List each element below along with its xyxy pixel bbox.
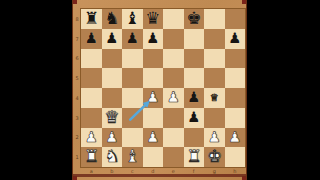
square-e3[interactable] bbox=[163, 108, 184, 128]
square-h6[interactable] bbox=[225, 49, 246, 69]
square-c2[interactable] bbox=[122, 128, 143, 148]
file-label-g: g bbox=[204, 168, 225, 174]
square-g7[interactable] bbox=[204, 29, 225, 49]
square-g3[interactable] bbox=[204, 108, 225, 128]
square-f6[interactable] bbox=[184, 49, 205, 69]
square-c5[interactable] bbox=[122, 68, 143, 88]
square-g5[interactable] bbox=[204, 68, 225, 88]
square-a6[interactable] bbox=[81, 49, 102, 69]
piece-black-p-b7[interactable]: ♟ bbox=[102, 28, 123, 48]
square-h8[interactable] bbox=[225, 9, 246, 29]
square-e8[interactable] bbox=[163, 9, 184, 29]
file-label-e: e bbox=[163, 168, 184, 174]
piece-white-r-a1[interactable]: ♜ bbox=[81, 147, 102, 167]
frame-corner bbox=[73, 0, 77, 4]
square-h5[interactable] bbox=[225, 68, 246, 88]
piece-white-n-b1[interactable]: ♞ bbox=[102, 147, 123, 167]
piece-white-b-c1[interactable]: ♝ bbox=[122, 147, 143, 167]
file-label-c: c bbox=[122, 168, 143, 174]
piece-white-q-b3[interactable]: ♛ bbox=[102, 107, 123, 127]
piece-white-p-d4[interactable]: ♟ bbox=[143, 88, 164, 108]
square-g8[interactable] bbox=[204, 9, 225, 29]
square-d1[interactable] bbox=[143, 147, 164, 167]
square-e2[interactable] bbox=[163, 128, 184, 148]
square-d5[interactable] bbox=[143, 68, 164, 88]
square-d3[interactable] bbox=[143, 108, 164, 128]
file-label-h: h bbox=[225, 168, 246, 174]
rank-label-7: 7 bbox=[73, 36, 81, 42]
piece-white-p-e4[interactable]: ♟ bbox=[163, 88, 184, 108]
rank-label-5: 5 bbox=[73, 75, 81, 81]
chess-board: abcdefgh87654321 ♜♞♝♛♚♟♟♟♟♟♟♟♕♟♟♛♟♟♟♟♟♜♞… bbox=[72, 0, 247, 180]
piece-black-p-d7[interactable]: ♟ bbox=[143, 28, 164, 48]
square-b6[interactable] bbox=[102, 49, 123, 69]
square-e6[interactable] bbox=[163, 49, 184, 69]
piece-black-p-h7[interactable]: ♟ bbox=[225, 28, 246, 48]
square-a3[interactable] bbox=[81, 108, 102, 128]
square-h4[interactable] bbox=[225, 88, 246, 108]
file-label-d: d bbox=[143, 168, 164, 174]
piece-black-p-c7[interactable]: ♟ bbox=[122, 28, 143, 48]
piece-white-p-b2[interactable]: ♟ bbox=[102, 127, 123, 147]
video-frame: abcdefgh87654321 ♜♞♝♛♚♟♟♟♟♟♟♟♕♟♟♛♟♟♟♟♟♜♞… bbox=[0, 0, 320, 180]
rank-label-1: 1 bbox=[73, 154, 81, 160]
piece-white-r-f1[interactable]: ♜ bbox=[184, 147, 205, 167]
square-f2[interactable] bbox=[184, 128, 205, 148]
square-f7[interactable] bbox=[184, 29, 205, 49]
piece-black-p-a7[interactable]: ♟ bbox=[81, 28, 102, 48]
file-label-b: b bbox=[102, 168, 123, 174]
rank-label-3: 3 bbox=[73, 115, 81, 121]
crown-marker-g4[interactable]: ♕ bbox=[204, 88, 225, 108]
square-c3[interactable] bbox=[122, 108, 143, 128]
square-h3[interactable] bbox=[225, 108, 246, 128]
frame-corner bbox=[73, 176, 77, 180]
piece-white-p-h2[interactable]: ♟ bbox=[225, 127, 246, 147]
square-b5[interactable] bbox=[102, 68, 123, 88]
piece-black-k-f8[interactable]: ♚ bbox=[184, 9, 205, 29]
square-f5[interactable] bbox=[184, 68, 205, 88]
square-b4[interactable] bbox=[102, 88, 123, 108]
square-e7[interactable] bbox=[163, 29, 184, 49]
piece-black-b-c8[interactable]: ♝ bbox=[122, 9, 143, 29]
square-a4[interactable] bbox=[81, 88, 102, 108]
piece-black-p-f3[interactable]: ♟ bbox=[184, 107, 205, 127]
piece-white-p-a2[interactable]: ♟ bbox=[81, 127, 102, 147]
piece-white-p-d2[interactable]: ♟ bbox=[143, 127, 164, 147]
frame-corner bbox=[242, 0, 246, 4]
piece-black-q-d8[interactable]: ♛ bbox=[143, 9, 164, 29]
square-c6[interactable] bbox=[122, 49, 143, 69]
square-e1[interactable] bbox=[163, 147, 184, 167]
rank-label-2: 2 bbox=[73, 134, 81, 140]
piece-black-p-f4[interactable]: ♟ bbox=[184, 88, 205, 108]
rank-label-8: 8 bbox=[73, 16, 81, 22]
square-g6[interactable] bbox=[204, 49, 225, 69]
frame-corner bbox=[242, 176, 246, 180]
piece-black-n-b8[interactable]: ♞ bbox=[102, 9, 123, 29]
square-e5[interactable] bbox=[163, 68, 184, 88]
square-d6[interactable] bbox=[143, 49, 164, 69]
square-h1[interactable] bbox=[225, 147, 246, 167]
piece-black-r-a8[interactable]: ♜ bbox=[81, 9, 102, 29]
file-label-a: a bbox=[81, 168, 102, 174]
rank-label-6: 6 bbox=[73, 55, 81, 61]
piece-white-p-g2[interactable]: ♟ bbox=[204, 127, 225, 147]
square-a5[interactable] bbox=[81, 68, 102, 88]
piece-white-k-g1[interactable]: ♚ bbox=[204, 147, 225, 167]
rank-label-4: 4 bbox=[73, 95, 81, 101]
file-label-f: f bbox=[184, 168, 205, 174]
square-c4[interactable] bbox=[122, 88, 143, 108]
